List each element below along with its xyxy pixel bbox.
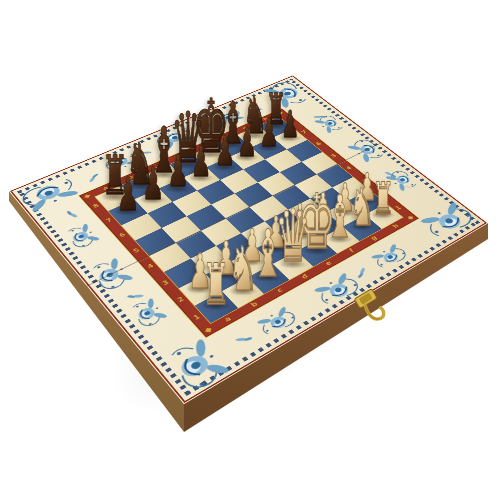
brass-latch-icon [352,289,398,337]
corner-diamond [408,216,413,219]
product-photo-stage: aabbccddeeffgghh1122334455667788 ♜♞♝♛♚♝♞… [0,0,500,500]
piece-black-pawn-a7[interactable]: ♟ [107,171,148,217]
rook-glyph: ♜ [202,256,230,313]
pawn-glyph: ♟ [116,171,139,217]
piece-white-rook-a1[interactable]: ♜ [191,256,242,313]
